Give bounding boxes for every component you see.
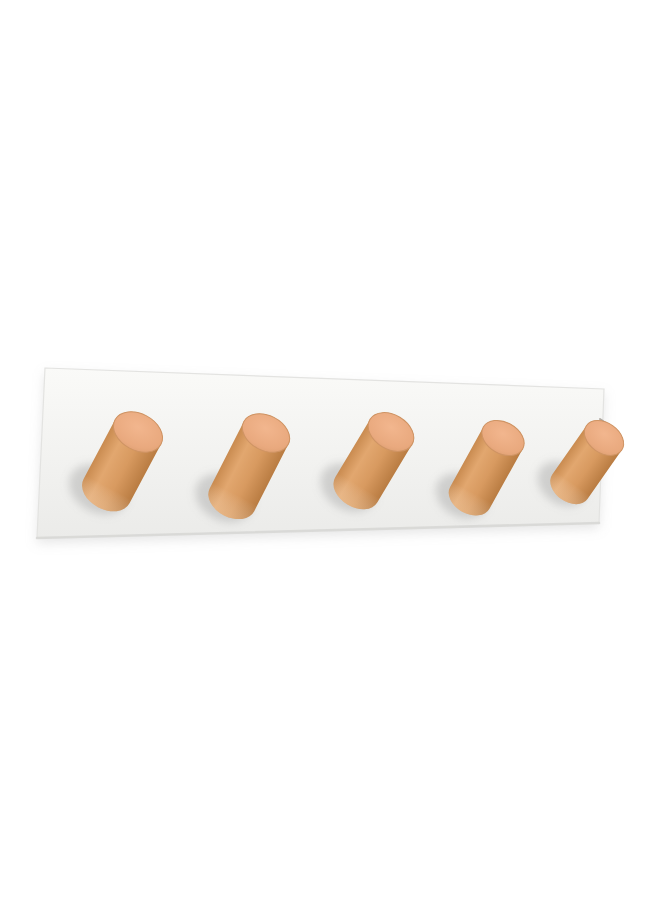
product-photo: Product photo of a white wall-mounted co…: [0, 0, 660, 904]
coat-rack-illustration: [0, 0, 660, 904]
